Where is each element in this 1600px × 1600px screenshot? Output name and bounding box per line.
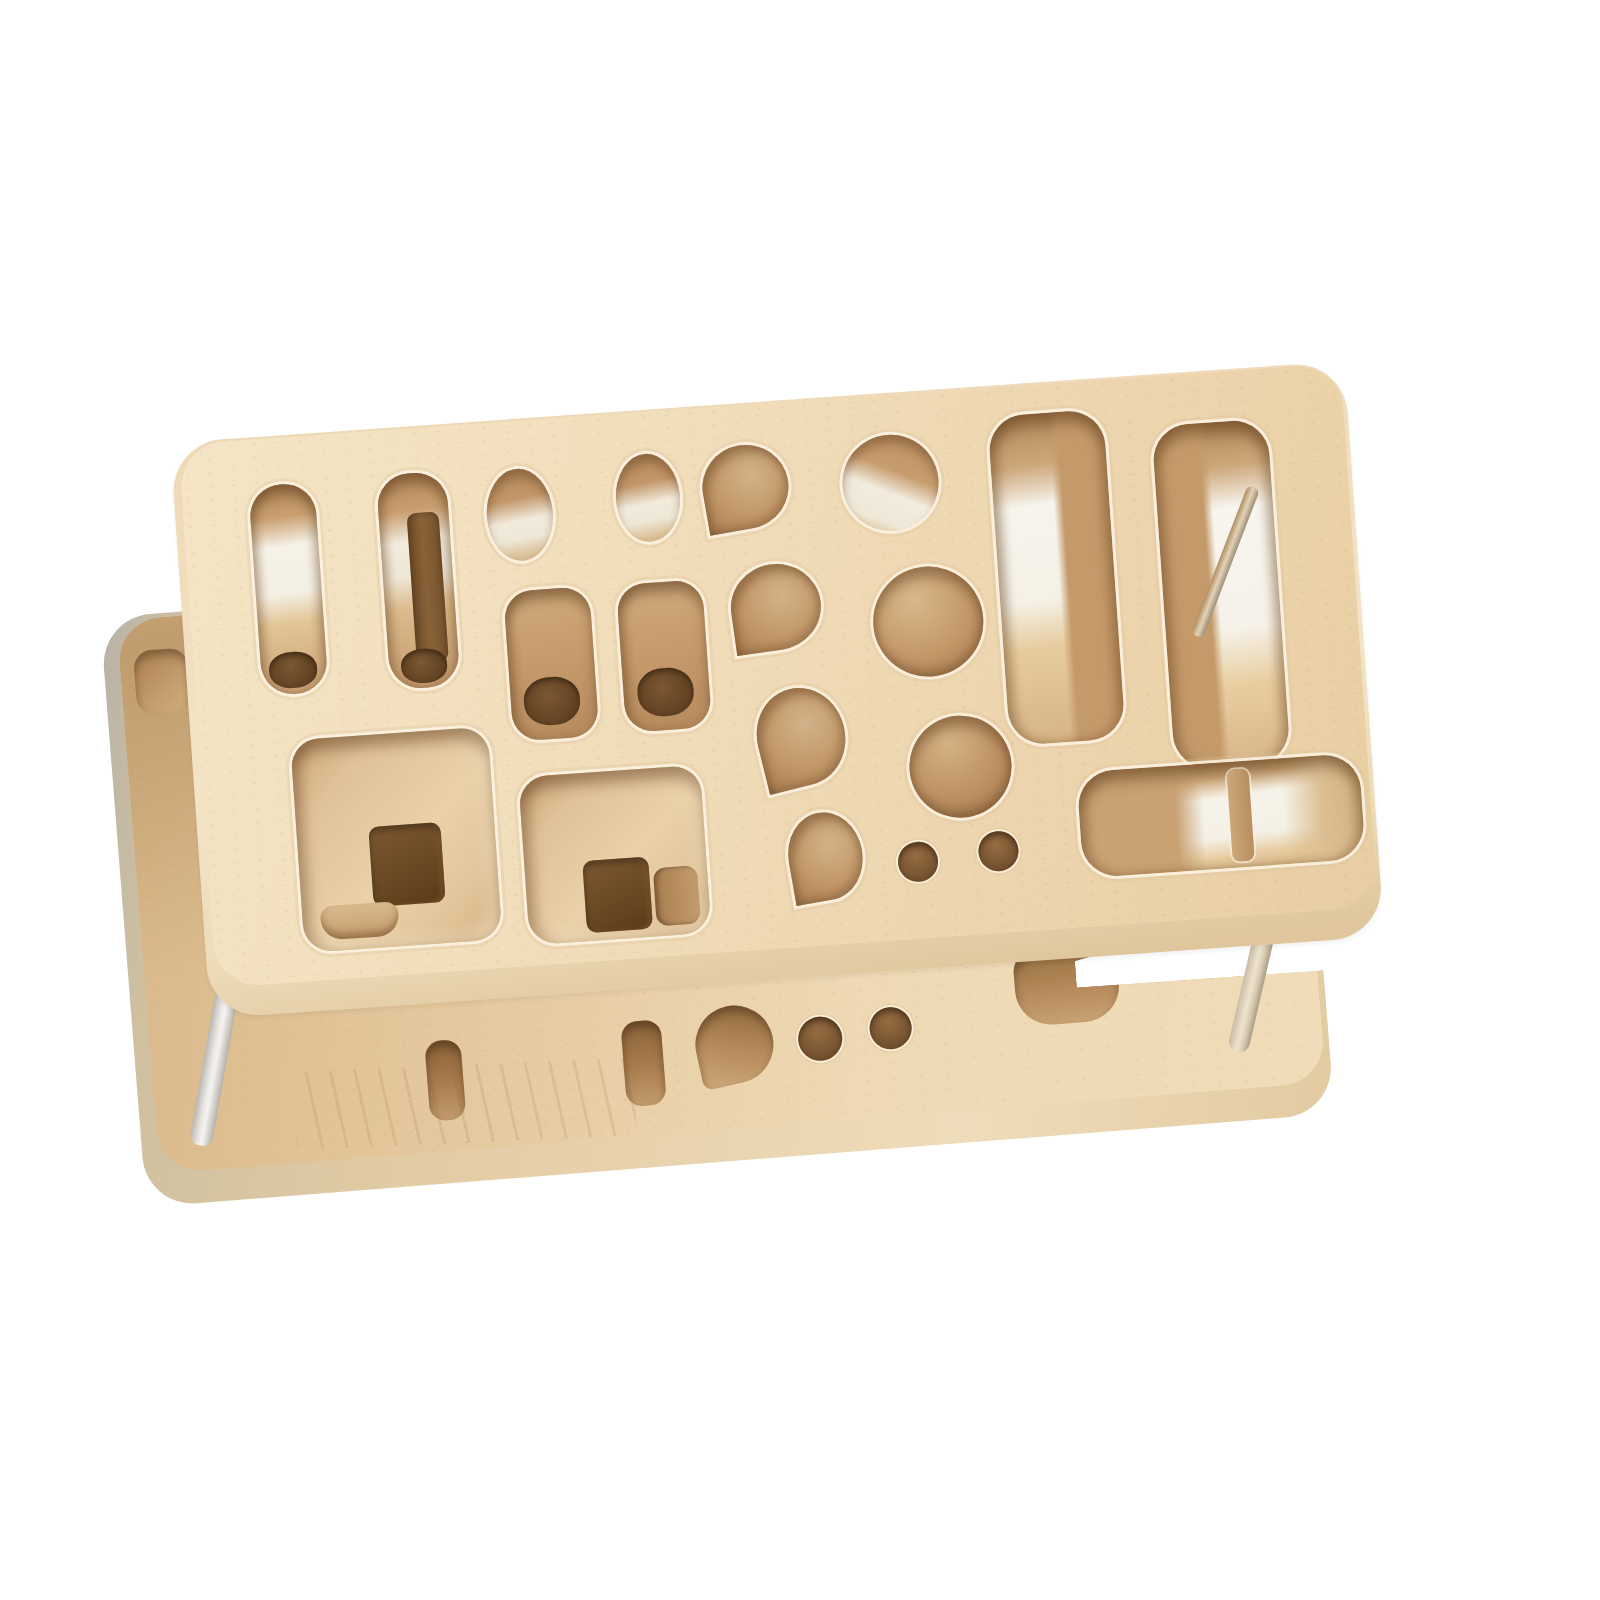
top-plate-surface	[178, 363, 1378, 988]
teardrop-hole-4	[781, 807, 869, 907]
divider-wall	[1226, 769, 1254, 862]
inner-square-hole	[368, 822, 445, 907]
bore-notch	[653, 865, 701, 926]
slot-tall-1	[248, 482, 328, 696]
base-hole-shadow	[636, 666, 695, 718]
round-hole-3	[906, 712, 1015, 821]
base-dot-2	[868, 1006, 913, 1051]
dot-hole-2	[977, 830, 1020, 873]
teardrop-hole-1	[696, 438, 795, 536]
horizontal-slot	[1076, 753, 1366, 878]
wooden-tool-organizer-photo	[0, 0, 1600, 1600]
base-dot-1	[797, 1015, 844, 1062]
round-hole-1	[839, 432, 941, 534]
rear-dowel	[407, 511, 449, 663]
base-teardrop	[688, 998, 781, 1091]
base-hole-shadow	[522, 675, 581, 727]
oval-hole-1	[484, 467, 556, 563]
oval-hole-2	[613, 452, 683, 544]
base-hole-shadow	[400, 647, 448, 684]
slot-tall-2	[376, 471, 461, 690]
top-plate	[170, 361, 1384, 1019]
base-corner-notch	[133, 647, 192, 715]
inner-square-hole	[582, 857, 653, 933]
big-slot-2	[1151, 418, 1291, 770]
base-hole-shadow	[268, 650, 318, 689]
teardrop-hole-3	[746, 679, 855, 795]
square-hole-1	[290, 727, 502, 953]
slot-medium-2	[616, 579, 712, 733]
teardrop-hole-2	[725, 558, 826, 656]
round-hole-2	[870, 563, 987, 680]
square-hole-2	[518, 765, 711, 945]
bore-notch	[320, 901, 400, 940]
dot-hole-1	[897, 840, 940, 883]
slot-medium-1	[503, 586, 599, 742]
metal-pin	[1191, 485, 1260, 639]
wood-grain-streaks	[294, 1057, 637, 1150]
big-slot-1	[987, 409, 1126, 746]
